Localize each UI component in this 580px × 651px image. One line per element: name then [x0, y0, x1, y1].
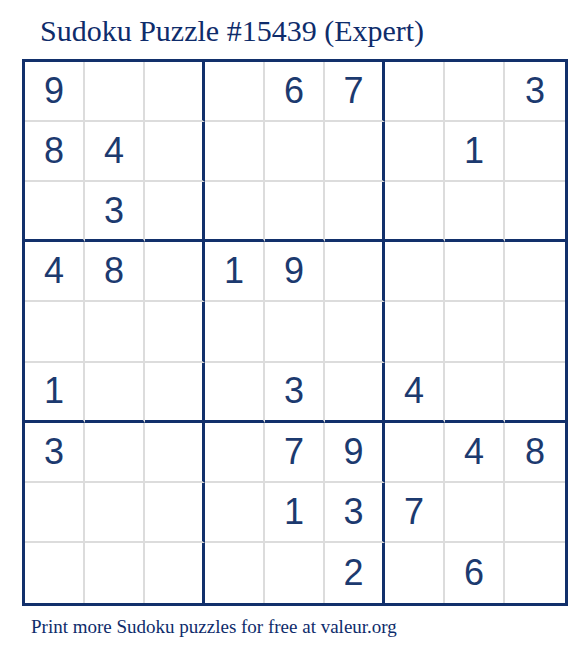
cell-r4c1: 4 — [25, 242, 85, 302]
cell-r1c1: 9 — [25, 62, 85, 122]
cell-r4c7 — [385, 242, 445, 302]
cell-r3c8 — [445, 182, 505, 242]
cell-r9c2 — [85, 543, 145, 603]
cell-r8c4 — [205, 483, 265, 543]
cell-r4c8 — [445, 242, 505, 302]
cell-r5c8 — [445, 302, 505, 362]
cell-r8c7: 7 — [385, 483, 445, 543]
cell-r5c6 — [325, 302, 385, 362]
cell-r2c2: 4 — [85, 122, 145, 182]
cell-r2c7 — [385, 122, 445, 182]
cell-r7c8: 4 — [445, 423, 505, 483]
cell-r7c3 — [145, 423, 205, 483]
cell-r5c2 — [85, 302, 145, 362]
footer-text: Print more Sudoku puzzles for free at va… — [31, 615, 397, 639]
cell-r1c5: 6 — [265, 62, 325, 122]
cell-r3c4 — [205, 182, 265, 242]
cell-r9c8: 6 — [445, 543, 505, 603]
cell-r6c2 — [85, 363, 145, 423]
cell-r3c1 — [25, 182, 85, 242]
cell-r5c5 — [265, 302, 325, 362]
cell-r5c9 — [505, 302, 565, 362]
cell-r1c7 — [385, 62, 445, 122]
cell-r8c9 — [505, 483, 565, 543]
cell-r1c6: 7 — [325, 62, 385, 122]
cell-r4c3 — [145, 242, 205, 302]
cell-r3c7 — [385, 182, 445, 242]
cell-r8c6: 3 — [325, 483, 385, 543]
cell-r3c3 — [145, 182, 205, 242]
cell-r6c5: 3 — [265, 363, 325, 423]
cell-r3c2: 3 — [85, 182, 145, 242]
cell-r9c7 — [385, 543, 445, 603]
cell-r1c3 — [145, 62, 205, 122]
cell-r6c8 — [445, 363, 505, 423]
cell-r9c6: 2 — [325, 543, 385, 603]
cell-r7c1: 3 — [25, 423, 85, 483]
cell-r5c7 — [385, 302, 445, 362]
cell-r3c6 — [325, 182, 385, 242]
cell-r4c2: 8 — [85, 242, 145, 302]
cell-r7c9: 8 — [505, 423, 565, 483]
cell-r2c8: 1 — [445, 122, 505, 182]
cell-r9c3 — [145, 543, 205, 603]
cell-r1c2 — [85, 62, 145, 122]
cell-r2c4 — [205, 122, 265, 182]
cell-r9c1 — [25, 543, 85, 603]
sudoku-board: 9673841348191343794813726 — [22, 59, 568, 606]
cell-r8c2 — [85, 483, 145, 543]
cell-r1c9: 3 — [505, 62, 565, 122]
cell-r8c3 — [145, 483, 205, 543]
cell-r6c1: 1 — [25, 363, 85, 423]
cell-r7c4 — [205, 423, 265, 483]
cell-r5c3 — [145, 302, 205, 362]
cell-r2c3 — [145, 122, 205, 182]
cell-r9c4 — [205, 543, 265, 603]
cell-r2c9 — [505, 122, 565, 182]
cell-r5c1 — [25, 302, 85, 362]
cell-r7c6: 9 — [325, 423, 385, 483]
cell-r8c1 — [25, 483, 85, 543]
cell-r2c6 — [325, 122, 385, 182]
cell-r6c6 — [325, 363, 385, 423]
cell-r1c8 — [445, 62, 505, 122]
cell-r7c5: 7 — [265, 423, 325, 483]
cell-r7c2 — [85, 423, 145, 483]
cell-r8c8 — [445, 483, 505, 543]
cell-r6c7: 4 — [385, 363, 445, 423]
cell-r4c9 — [505, 242, 565, 302]
cell-r1c4 — [205, 62, 265, 122]
cell-r2c5 — [265, 122, 325, 182]
cell-r4c6 — [325, 242, 385, 302]
cell-r5c4 — [205, 302, 265, 362]
cell-r6c9 — [505, 363, 565, 423]
cell-r4c4: 1 — [205, 242, 265, 302]
cell-r6c4 — [205, 363, 265, 423]
cell-r9c9 — [505, 543, 565, 603]
cell-r6c3 — [145, 363, 205, 423]
cell-r2c1: 8 — [25, 122, 85, 182]
cell-r4c5: 9 — [265, 242, 325, 302]
cell-r8c5: 1 — [265, 483, 325, 543]
cell-r3c9 — [505, 182, 565, 242]
cell-r3c5 — [265, 182, 325, 242]
cell-r9c5 — [265, 543, 325, 603]
page-title: Sudoku Puzzle #15439 (Expert) — [40, 13, 424, 49]
cell-r7c7 — [385, 423, 445, 483]
